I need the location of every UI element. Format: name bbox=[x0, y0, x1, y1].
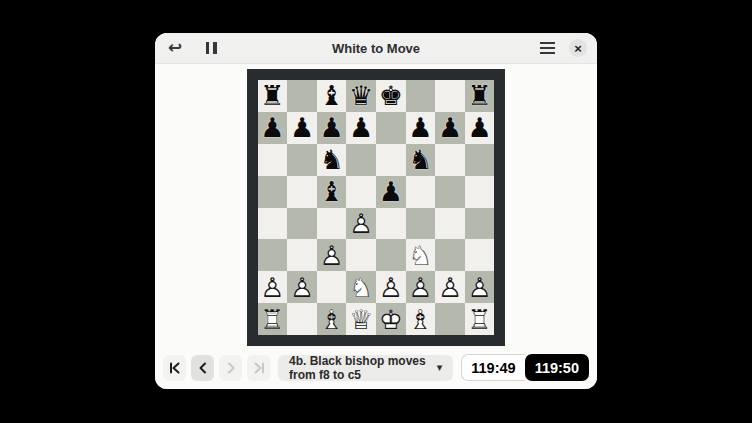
piece-white-pawn[interactable]: ♟♙ bbox=[258, 271, 288, 303]
square-d3[interactable] bbox=[346, 239, 376, 271]
header-left-controls: ↩ bbox=[165, 38, 221, 58]
piece-black-queen[interactable]: ♛ bbox=[346, 80, 376, 112]
piece-black-pawn[interactable]: ♟ bbox=[376, 176, 406, 208]
square-d8[interactable]: ♛ bbox=[346, 80, 376, 112]
square-f2[interactable]: ♟♙ bbox=[406, 271, 436, 303]
square-f4[interactable] bbox=[406, 208, 436, 240]
square-g3[interactable] bbox=[435, 239, 465, 271]
piece-white-pawn[interactable]: ♟♙ bbox=[287, 271, 317, 303]
square-d5[interactable] bbox=[346, 176, 376, 208]
square-b2[interactable]: ♟♙ bbox=[287, 271, 317, 303]
square-a3[interactable] bbox=[258, 239, 288, 271]
square-d7[interactable]: ♟ bbox=[346, 112, 376, 144]
board-frame: ♜♝♛♚♜♟♟♟♟♟♟♟♞♞♝♟♟♙♟♙♞♘♟♙♟♙♞♘♟♙♟♙♟♙♟♙♜♖♝♗… bbox=[247, 69, 506, 346]
undo-arrow-icon: ↩ bbox=[168, 39, 182, 56]
menu-button[interactable] bbox=[537, 38, 557, 58]
window-title: White to Move bbox=[155, 41, 597, 56]
piece-black-pawn[interactable]: ♟ bbox=[406, 112, 436, 144]
square-e5[interactable]: ♟ bbox=[376, 176, 406, 208]
square-f6[interactable]: ♞ bbox=[406, 144, 436, 176]
hamburger-menu-icon bbox=[540, 42, 555, 54]
piece-white-pawn[interactable]: ♟♙ bbox=[376, 271, 406, 303]
square-c6[interactable]: ♞ bbox=[317, 144, 347, 176]
piece-white-rook[interactable]: ♜♖ bbox=[258, 303, 288, 335]
piece-white-pawn[interactable]: ♟♙ bbox=[317, 239, 347, 271]
square-f3[interactable]: ♞♘ bbox=[406, 239, 436, 271]
chevron-down-icon: ▾ bbox=[437, 361, 443, 374]
square-a4[interactable] bbox=[258, 208, 288, 240]
square-a5[interactable] bbox=[258, 176, 288, 208]
square-h7[interactable]: ♟ bbox=[465, 112, 495, 144]
piece-white-pawn[interactable]: ♟♙ bbox=[465, 271, 495, 303]
square-d4[interactable]: ♟♙ bbox=[346, 208, 376, 240]
square-a1[interactable]: ♜♖ bbox=[258, 303, 288, 335]
square-c2[interactable] bbox=[317, 271, 347, 303]
square-e7[interactable] bbox=[376, 112, 406, 144]
square-h4[interactable] bbox=[465, 208, 495, 240]
piece-black-pawn[interactable]: ♟ bbox=[258, 112, 288, 144]
piece-black-bishop[interactable]: ♝ bbox=[317, 176, 347, 208]
header-bar: ↩ White to Move × bbox=[155, 33, 597, 64]
piece-white-bishop[interactable]: ♝♗ bbox=[317, 303, 347, 335]
square-f8[interactable] bbox=[406, 80, 436, 112]
bottom-bar: 4b. Black bishop moves from f8 to c5 ▾ 1… bbox=[155, 346, 597, 389]
piece-black-knight[interactable]: ♞ bbox=[406, 144, 436, 176]
square-c5[interactable]: ♝ bbox=[317, 176, 347, 208]
piece-black-pawn[interactable]: ♟ bbox=[465, 112, 495, 144]
chevron-right-icon bbox=[224, 361, 238, 375]
square-f1[interactable]: ♝♗ bbox=[406, 303, 436, 335]
square-a2[interactable]: ♟♙ bbox=[258, 271, 288, 303]
square-c8[interactable]: ♝ bbox=[317, 80, 347, 112]
square-e3[interactable] bbox=[376, 239, 406, 271]
black-clock: 119:50 bbox=[525, 354, 589, 381]
close-icon: × bbox=[574, 42, 582, 55]
square-h8[interactable]: ♜ bbox=[465, 80, 495, 112]
chess-app-window: ↩ White to Move × ♜♝♛♚♜♟♟♟♟♟♟♟♞♞♝♟♟♙♟♙♞♘… bbox=[155, 33, 597, 389]
square-b3[interactable] bbox=[287, 239, 317, 271]
square-e8[interactable]: ♚ bbox=[376, 80, 406, 112]
square-h3[interactable] bbox=[465, 239, 495, 271]
square-a6[interactable] bbox=[258, 144, 288, 176]
square-b1[interactable] bbox=[287, 303, 317, 335]
square-h5[interactable] bbox=[465, 176, 495, 208]
white-clock: 119:49 bbox=[461, 354, 524, 381]
piece-black-knight[interactable]: ♞ bbox=[317, 144, 347, 176]
square-e6[interactable] bbox=[376, 144, 406, 176]
square-d2[interactable]: ♞♘ bbox=[346, 271, 376, 303]
square-g1[interactable] bbox=[435, 303, 465, 335]
square-g5[interactable] bbox=[435, 176, 465, 208]
square-b7[interactable]: ♟ bbox=[287, 112, 317, 144]
square-f5[interactable] bbox=[406, 176, 436, 208]
square-h6[interactable] bbox=[465, 144, 495, 176]
piece-black-rook[interactable]: ♜ bbox=[465, 80, 495, 112]
square-b4[interactable] bbox=[287, 208, 317, 240]
previous-move-button[interactable] bbox=[191, 355, 214, 381]
move-description: 4b. Black bishop moves from f8 to c5 bbox=[289, 354, 437, 382]
piece-white-queen[interactable]: ♛♕ bbox=[346, 303, 376, 335]
piece-white-pawn[interactable]: ♟♙ bbox=[346, 208, 376, 240]
square-h2[interactable]: ♟♙ bbox=[465, 271, 495, 303]
piece-black-pawn[interactable]: ♟ bbox=[435, 112, 465, 144]
square-f7[interactable]: ♟ bbox=[406, 112, 436, 144]
piece-white-rook[interactable]: ♜♖ bbox=[465, 303, 495, 335]
square-g7[interactable]: ♟ bbox=[435, 112, 465, 144]
pause-button[interactable] bbox=[201, 38, 221, 58]
square-c4[interactable] bbox=[317, 208, 347, 240]
square-e2[interactable]: ♟♙ bbox=[376, 271, 406, 303]
piece-black-bishop[interactable]: ♝ bbox=[317, 80, 347, 112]
square-d6[interactable] bbox=[346, 144, 376, 176]
square-e4[interactable] bbox=[376, 208, 406, 240]
piece-black-king[interactable]: ♚ bbox=[376, 80, 406, 112]
skip-to-end-icon bbox=[252, 361, 266, 375]
square-e1[interactable]: ♚♔ bbox=[376, 303, 406, 335]
pause-icon bbox=[206, 42, 217, 54]
piece-white-knight[interactable]: ♞♘ bbox=[346, 271, 376, 303]
piece-white-knight[interactable]: ♞♘ bbox=[406, 239, 436, 271]
square-c3[interactable]: ♟♙ bbox=[317, 239, 347, 271]
chevron-left-icon bbox=[196, 361, 210, 375]
first-move-button[interactable] bbox=[163, 355, 186, 381]
square-a7[interactable]: ♟ bbox=[258, 112, 288, 144]
undo-move-button[interactable]: ↩ bbox=[165, 38, 185, 58]
piece-white-pawn[interactable]: ♟♙ bbox=[435, 271, 465, 303]
next-move-button[interactable] bbox=[219, 355, 242, 381]
piece-black-pawn[interactable]: ♟ bbox=[287, 112, 317, 144]
square-b6[interactable] bbox=[287, 144, 317, 176]
square-a8[interactable]: ♜ bbox=[258, 80, 288, 112]
close-button[interactable]: × bbox=[569, 39, 587, 57]
piece-black-pawn[interactable]: ♟ bbox=[346, 112, 376, 144]
square-c1[interactable]: ♝♗ bbox=[317, 303, 347, 335]
piece-black-pawn[interactable]: ♟ bbox=[317, 112, 347, 144]
square-g4[interactable] bbox=[435, 208, 465, 240]
last-move-button[interactable] bbox=[247, 355, 270, 381]
square-g8[interactable] bbox=[435, 80, 465, 112]
piece-white-bishop[interactable]: ♝♗ bbox=[406, 303, 436, 335]
square-b8[interactable] bbox=[287, 80, 317, 112]
square-g2[interactable]: ♟♙ bbox=[435, 271, 465, 303]
main-area: ♜♝♛♚♜♟♟♟♟♟♟♟♞♞♝♟♟♙♟♙♞♘♟♙♟♙♞♘♟♙♟♙♟♙♟♙♜♖♝♗… bbox=[155, 64, 597, 346]
square-g6[interactable] bbox=[435, 144, 465, 176]
piece-white-king[interactable]: ♚♔ bbox=[376, 303, 406, 335]
skip-to-start-icon bbox=[168, 361, 182, 375]
piece-black-rook[interactable]: ♜ bbox=[258, 80, 288, 112]
square-h1[interactable]: ♜♖ bbox=[465, 303, 495, 335]
square-d1[interactable]: ♛♕ bbox=[346, 303, 376, 335]
move-history-dropdown[interactable]: 4b. Black bishop moves from f8 to c5 ▾ bbox=[278, 355, 453, 381]
square-b5[interactable] bbox=[287, 176, 317, 208]
game-clocks: 119:49 119:50 bbox=[461, 354, 589, 381]
chess-board: ♜♝♛♚♜♟♟♟♟♟♟♟♞♞♝♟♟♙♟♙♞♘♟♙♟♙♞♘♟♙♟♙♟♙♟♙♜♖♝♗… bbox=[258, 80, 495, 335]
header-right-controls: × bbox=[537, 38, 587, 58]
square-c7[interactable]: ♟ bbox=[317, 112, 347, 144]
piece-white-pawn[interactable]: ♟♙ bbox=[406, 271, 436, 303]
